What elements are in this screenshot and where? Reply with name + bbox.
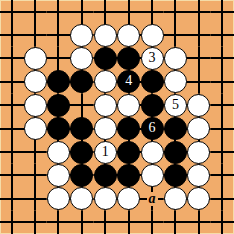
board-intersection-3-0 [70, 0, 93, 23]
white-stone [70, 47, 93, 70]
board-intersection-1-7 [23, 164, 46, 187]
black-stone [47, 117, 70, 140]
board-intersection-6-6 [140, 140, 163, 163]
board-intersection-5-2 [117, 47, 140, 70]
board-intersection-2-5 [47, 117, 70, 140]
white-stone [94, 187, 117, 210]
white-stone [141, 164, 164, 187]
move-number-label: 5 [172, 98, 179, 112]
white-stone [47, 141, 70, 164]
board-intersection-2-0 [47, 0, 70, 23]
board-intersection-1-4 [23, 94, 46, 117]
white-stone [24, 47, 47, 70]
white-stone [164, 47, 187, 70]
board-intersection-2-4 [47, 94, 70, 117]
board-intersection-6-3 [140, 70, 163, 93]
board-intersection-9-4 [211, 94, 234, 117]
go-board: 34561a [0, 0, 234, 234]
board-intersection-5-5 [117, 117, 140, 140]
board-intersection-4-5 [94, 117, 117, 140]
board-intersection-1-6 [23, 140, 46, 163]
board-intersection-0-6 [0, 140, 23, 163]
white-stone [141, 24, 164, 47]
white-stone-move-3: 3 [141, 47, 164, 70]
board-intersection-0-8 [0, 187, 23, 210]
board-intersection-9-2 [211, 47, 234, 70]
board-intersection-2-3 [47, 70, 70, 93]
board-intersection-2-9 [47, 211, 70, 234]
board-intersection-5-8 [117, 187, 140, 210]
board-intersection-6-9 [140, 211, 163, 234]
board-intersection-0-4 [0, 94, 23, 117]
board-intersection-4-8 [94, 187, 117, 210]
board-intersection-9-7 [211, 164, 234, 187]
board-intersection-4-1 [94, 23, 117, 46]
board-intersection-1-3 [23, 70, 46, 93]
board-intersection-7-7 [164, 164, 187, 187]
board-intersection-7-8 [164, 187, 187, 210]
board-intersection-9-5 [211, 117, 234, 140]
board-intersection-5-9 [117, 211, 140, 234]
board-intersection-7-6 [164, 140, 187, 163]
white-stone [187, 187, 210, 210]
board-intersection-3-7 [70, 164, 93, 187]
board-intersection-3-6 [70, 140, 93, 163]
white-stone [24, 117, 47, 140]
white-stone [187, 164, 210, 187]
board-intersection-1-2 [23, 47, 46, 70]
board-intersection-8-1 [187, 23, 210, 46]
board-intersection-3-5 [70, 117, 93, 140]
board-intersection-6-4 [140, 94, 163, 117]
board-intersection-0-2 [0, 47, 23, 70]
board-intersection-3-4 [70, 94, 93, 117]
board-intersection-2-2 [47, 47, 70, 70]
board-intersection-7-3 [164, 70, 187, 93]
white-stone [187, 94, 210, 117]
board-intersection-3-3 [70, 70, 93, 93]
white-stone [117, 94, 140, 117]
board-intersection-0-1 [0, 23, 23, 46]
white-stone [94, 94, 117, 117]
board-intersection-7-9 [164, 211, 187, 234]
board-intersection-9-6 [211, 140, 234, 163]
board-intersection-8-5 [187, 117, 210, 140]
move-number-label: 3 [149, 51, 156, 65]
board-intersection-5-7 [117, 164, 140, 187]
board-intersection-7-5 [164, 117, 187, 140]
board-intersection-5-4 [117, 94, 140, 117]
white-stone [117, 24, 140, 47]
board-intersection-5-0 [117, 0, 140, 23]
black-stone [94, 164, 117, 187]
board-intersection-7-2 [164, 47, 187, 70]
board-intersection-3-9 [70, 211, 93, 234]
board-intersection-2-1 [47, 23, 70, 46]
board-intersection-8-3 [187, 70, 210, 93]
white-stone [70, 187, 93, 210]
black-stone-move-6: 6 [141, 117, 164, 140]
black-stone [47, 94, 70, 117]
board-intersection-4-7 [94, 164, 117, 187]
board-intersection-2-7 [47, 164, 70, 187]
black-stone-move-4: 4 [117, 70, 140, 93]
board-intersection-0-7 [0, 164, 23, 187]
board-intersection-3-8 [70, 187, 93, 210]
board-intersection-5-1 [117, 23, 140, 46]
board-intersection-2-8 [47, 187, 70, 210]
board-intersection-8-7 [187, 164, 210, 187]
white-stone [164, 187, 187, 210]
white-stone [187, 141, 210, 164]
board-intersection-3-1 [70, 23, 93, 46]
white-stone [94, 117, 117, 140]
white-stone [47, 187, 70, 210]
board-intersection-9-8 [211, 187, 234, 210]
board-intersection-9-1 [211, 23, 234, 46]
black-stone [141, 70, 164, 93]
board-intersection-2-6 [47, 140, 70, 163]
black-stone [117, 117, 140, 140]
white-stone [164, 70, 187, 93]
board-intersection-1-9 [23, 211, 46, 234]
white-stone [117, 187, 140, 210]
white-stone [141, 141, 164, 164]
black-stone [47, 70, 70, 93]
board-intersection-8-0 [187, 0, 210, 23]
board-intersection-6-8: a [140, 187, 163, 210]
board-intersection-7-4: 5 [164, 94, 187, 117]
board-intersection-6-5: 6 [140, 117, 163, 140]
board-intersection-5-3: 4 [117, 70, 140, 93]
black-stone [164, 117, 187, 140]
board-intersection-1-1 [23, 23, 46, 46]
board-intersection-4-0 [94, 0, 117, 23]
board-intersection-7-1 [164, 23, 187, 46]
board-intersection-6-2: 3 [140, 47, 163, 70]
board-intersection-6-7 [140, 164, 163, 187]
board-intersection-1-8 [23, 187, 46, 210]
board-intersection-4-2 [94, 47, 117, 70]
move-number-label: 6 [149, 121, 156, 135]
board-intersection-9-9 [211, 211, 234, 234]
board-intersection-8-9 [187, 211, 210, 234]
black-stone [70, 164, 93, 187]
board-intersection-8-6 [187, 140, 210, 163]
black-stone [94, 47, 117, 70]
board-intersection-8-8 [187, 187, 210, 210]
black-stone [164, 141, 187, 164]
black-stone [117, 141, 140, 164]
black-stone [117, 164, 140, 187]
board-intersection-9-0 [211, 0, 234, 23]
board-intersection-1-5 [23, 117, 46, 140]
black-stone [117, 47, 140, 70]
board-intersection-0-0 [0, 0, 23, 23]
white-stone-move-1: 1 [94, 141, 117, 164]
board-intersection-8-4 [187, 94, 210, 117]
board-intersection-1-0 [23, 0, 46, 23]
board-intersection-7-0 [164, 0, 187, 23]
black-stone [70, 141, 93, 164]
board-intersection-6-0 [140, 0, 163, 23]
white-stone [187, 117, 210, 140]
white-stone [47, 164, 70, 187]
black-stone [141, 94, 164, 117]
board-intersection-8-2 [187, 47, 210, 70]
move-number-label: 4 [125, 74, 132, 88]
board-intersection-0-5 [0, 117, 23, 140]
white-stone-move-5: 5 [164, 94, 187, 117]
board-intersection-6-1 [140, 23, 163, 46]
board-intersection-4-9 [94, 211, 117, 234]
move-number-label: 1 [102, 145, 109, 159]
white-stone [94, 24, 117, 47]
black-stone [70, 117, 93, 140]
board-intersection-0-3 [0, 70, 23, 93]
board-intersection-4-6: 1 [94, 140, 117, 163]
board-intersection-4-4 [94, 94, 117, 117]
white-stone [94, 70, 117, 93]
board-intersection-5-6 [117, 140, 140, 163]
board-intersection-0-9 [0, 211, 23, 234]
board-intersection-4-3 [94, 70, 117, 93]
board-intersection-9-3 [211, 70, 234, 93]
black-stone [70, 70, 93, 93]
black-stone [164, 164, 187, 187]
white-stone [70, 24, 93, 47]
board-intersection-3-2 [70, 47, 93, 70]
white-stone [24, 70, 47, 93]
point-label-a: a [147, 192, 158, 206]
white-stone [24, 94, 47, 117]
